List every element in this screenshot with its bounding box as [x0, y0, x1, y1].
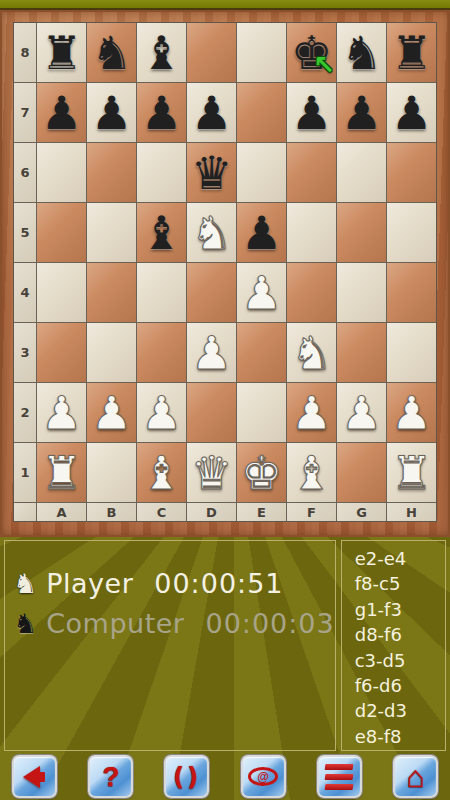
menu-button[interactable] — [317, 755, 362, 798]
rank-label-8: 8 — [14, 23, 36, 82]
square-d6[interactable]: ♛ — [187, 143, 236, 202]
square-f4[interactable] — [287, 263, 336, 322]
home-button[interactable]: ⌂ — [393, 755, 438, 798]
white-pawn-piece: ♟ — [241, 270, 282, 316]
clock-panel: ♞ Player 00:00:51 ♞ Computer 00:00:03 — [4, 540, 336, 751]
square-a7[interactable]: ♟ — [37, 83, 86, 142]
square-c3[interactable] — [137, 323, 186, 382]
question-icon: ? — [102, 763, 119, 791]
square-b4[interactable] — [87, 263, 136, 322]
square-d1[interactable]: ♛ — [187, 443, 236, 502]
black-rook-piece: ♜ — [391, 30, 432, 76]
white-knight-piece: ♞ — [291, 330, 332, 376]
square-c6[interactable] — [137, 143, 186, 202]
black-pawn-piece: ♟ — [291, 90, 332, 136]
black-knight-icon: ♞ — [13, 610, 37, 637]
square-c2[interactable]: ♟ — [137, 383, 186, 442]
square-b7[interactable]: ♟ — [87, 83, 136, 142]
move-entry: d8-f6 — [355, 622, 445, 647]
black-pawn-piece: ♟ — [241, 210, 282, 256]
square-d3[interactable]: ♟ — [187, 323, 236, 382]
square-e2[interactable] — [237, 383, 286, 442]
bottom-panel: ♞ Player 00:00:51 ♞ Computer 00:00:03 e2… — [0, 537, 450, 800]
white-pawn-piece: ♟ — [91, 390, 132, 436]
square-h6[interactable] — [387, 143, 436, 202]
square-d5[interactable]: ♞ — [187, 203, 236, 262]
black-pawn-piece: ♟ — [191, 90, 232, 136]
square-f3[interactable]: ♞ — [287, 323, 336, 382]
file-label-e: E — [237, 503, 286, 521]
square-f7[interactable]: ♟ — [287, 83, 336, 142]
black-bishop-piece: ♝ — [141, 30, 182, 76]
file-label-h: H — [387, 503, 436, 521]
square-h8[interactable]: ♜ — [387, 23, 436, 82]
white-king-piece: ♚ — [241, 450, 282, 496]
square-f5[interactable] — [287, 203, 336, 262]
square-b3[interactable] — [87, 323, 136, 382]
file-label-b: B — [87, 503, 136, 521]
square-a2[interactable]: ♟ — [37, 383, 86, 442]
info-boxes: ♞ Player 00:00:51 ♞ Computer 00:00:03 e2… — [0, 537, 450, 751]
file-label-d: D — [187, 503, 236, 521]
square-g2[interactable]: ♟ — [337, 383, 386, 442]
rank-label-5: 5 — [14, 203, 36, 262]
rank-label-7: 7 — [14, 83, 36, 142]
home-icon: ⌂ — [406, 762, 424, 792]
move-entry: d2-d3 — [355, 698, 445, 723]
rank-label-3: 3 — [14, 323, 36, 382]
black-pawn-piece: ♟ — [341, 90, 382, 136]
square-f6[interactable] — [287, 143, 336, 202]
square-f1[interactable]: ♝ — [287, 443, 336, 502]
square-h4[interactable] — [387, 263, 436, 322]
square-g7[interactable]: ♟ — [337, 83, 386, 142]
square-h3[interactable] — [387, 323, 436, 382]
rotate-button[interactable]: () — [164, 755, 209, 798]
white-pawn-piece: ♟ — [41, 390, 82, 436]
black-pawn-piece: ♟ — [91, 90, 132, 136]
white-knight-piece: ♞ — [191, 210, 232, 256]
rank-label-4: 4 — [14, 263, 36, 322]
computer-time: 00:00:03 — [205, 608, 334, 639]
file-label-c: C — [137, 503, 186, 521]
move-entry: e8-f8 — [355, 724, 445, 749]
white-pawn-piece: ♟ — [191, 330, 232, 376]
rotate-arrows-icon: () — [173, 765, 201, 789]
top-strip — [0, 0, 450, 10]
player-clock-row: ♞ Player 00:00:51 — [13, 563, 335, 603]
square-a3[interactable] — [37, 323, 86, 382]
white-bishop-piece: ♝ — [291, 450, 332, 496]
computer-name: Computer — [46, 608, 184, 639]
square-g8[interactable]: ♞ — [337, 23, 386, 82]
square-g4[interactable] — [337, 263, 386, 322]
board-frame: 8♜♞♝♚↖♞♜7♟♟♟♟♟♟♟6♛5♝♞♟4♟3♟♞2♟♟♟♟♟♟1♜♝♛♚♝… — [0, 10, 450, 537]
rank-label-1: 1 — [14, 443, 36, 502]
white-pawn-piece: ♟ — [391, 390, 432, 436]
square-a1[interactable]: ♜ — [37, 443, 86, 502]
white-queen-piece: ♛ — [191, 450, 232, 496]
black-knight-piece: ♞ — [91, 30, 132, 76]
square-b6[interactable] — [87, 143, 136, 202]
board-corner-cell — [14, 503, 36, 521]
moves-panel[interactable]: e2-e4f8-c5g1-f3d8-f6c3-d5f6-d6d2-d3e8-f8 — [341, 540, 446, 751]
square-d7[interactable]: ♟ — [187, 83, 236, 142]
menu-bars-icon — [325, 764, 353, 790]
help-button[interactable]: ? — [88, 755, 133, 798]
square-e5[interactable]: ♟ — [237, 203, 286, 262]
black-pawn-piece: ♟ — [391, 90, 432, 136]
square-c7[interactable]: ♟ — [137, 83, 186, 142]
square-a6[interactable] — [37, 143, 86, 202]
move-entry: f6-d6 — [355, 673, 445, 698]
white-pawn-piece: ♟ — [141, 390, 182, 436]
square-c8[interactable]: ♝ — [137, 23, 186, 82]
chess-app-screen: 8♜♞♝♚↖♞♜7♟♟♟♟♟♟♟6♛5♝♞♟4♟3♟♞2♟♟♟♟♟♟1♜♝♛♚♝… — [0, 0, 450, 800]
square-h5[interactable] — [387, 203, 436, 262]
square-b1[interactable] — [87, 443, 136, 502]
square-c1[interactable]: ♝ — [137, 443, 186, 502]
black-queen-piece: ♛ — [191, 150, 232, 196]
square-e4[interactable]: ♟ — [237, 263, 286, 322]
view-button[interactable]: @ — [241, 755, 286, 798]
square-h2[interactable]: ♟ — [387, 383, 436, 442]
white-pawn-piece: ♟ — [341, 390, 382, 436]
file-label-g: G — [337, 503, 386, 521]
square-g6[interactable] — [337, 143, 386, 202]
square-h1[interactable]: ♜ — [387, 443, 436, 502]
black-pawn-piece: ♟ — [141, 90, 182, 136]
white-knight-icon: ♞ — [13, 570, 37, 597]
eye-icon: @ — [248, 767, 278, 786]
square-g3[interactable] — [337, 323, 386, 382]
white-rook-piece: ♜ — [41, 450, 82, 496]
white-rook-piece: ♜ — [391, 450, 432, 496]
black-knight-piece: ♞ — [341, 30, 382, 76]
computer-clock-row: ♞ Computer 00:00:03 — [13, 603, 335, 643]
square-h7[interactable]: ♟ — [387, 83, 436, 142]
square-e6[interactable] — [237, 143, 286, 202]
file-label-a: A — [37, 503, 86, 521]
square-c5[interactable]: ♝ — [137, 203, 186, 262]
square-c4[interactable] — [137, 263, 186, 322]
black-pawn-piece: ♟ — [41, 90, 82, 136]
player-name: Player — [46, 568, 133, 599]
toolbar: ? () @ ⌂ — [0, 751, 450, 800]
rank-label-6: 6 — [14, 143, 36, 202]
square-g1[interactable] — [337, 443, 386, 502]
square-a4[interactable] — [37, 263, 86, 322]
square-g5[interactable] — [337, 203, 386, 262]
square-a8[interactable]: ♜ — [37, 23, 86, 82]
square-d2[interactable] — [187, 383, 236, 442]
black-bishop-piece: ♝ — [141, 210, 182, 256]
square-a5[interactable] — [37, 203, 86, 262]
square-b2[interactable]: ♟ — [87, 383, 136, 442]
move-list: e2-e4f8-c5g1-f3d8-f6c3-d5f6-d6d2-d3e8-f8 — [355, 546, 445, 749]
player-time: 00:00:51 — [154, 568, 283, 599]
white-bishop-piece: ♝ — [141, 450, 182, 496]
white-pawn-piece: ♟ — [291, 390, 332, 436]
square-e1[interactable]: ♚ — [237, 443, 286, 502]
move-entry: c3-d5 — [355, 648, 445, 673]
square-b5[interactable] — [87, 203, 136, 262]
square-d8[interactable] — [187, 23, 236, 82]
speaker-icon — [22, 765, 48, 789]
square-e8[interactable] — [237, 23, 286, 82]
board-grid: 8♜♞♝♚↖♞♜7♟♟♟♟♟♟♟6♛5♝♞♟4♟3♟♞2♟♟♟♟♟♟1♜♝♛♚♝… — [14, 23, 436, 521]
move-entry: f8-c5 — [355, 571, 445, 596]
move-entry: g1-f3 — [355, 597, 445, 622]
move-entry: e2-e4 — [355, 546, 445, 571]
square-f2[interactable]: ♟ — [287, 383, 336, 442]
square-d4[interactable] — [187, 263, 236, 322]
square-b8[interactable]: ♞ — [87, 23, 136, 82]
black-rook-piece: ♜ — [41, 30, 82, 76]
last-move-arrow-icon: ↖ — [313, 52, 335, 78]
rank-label-2: 2 — [14, 383, 36, 442]
sound-button[interactable] — [12, 755, 57, 798]
square-e7[interactable] — [237, 83, 286, 142]
file-label-f: F — [287, 503, 336, 521]
square-f8[interactable]: ♚↖ — [287, 23, 336, 82]
square-e3[interactable] — [237, 323, 286, 382]
